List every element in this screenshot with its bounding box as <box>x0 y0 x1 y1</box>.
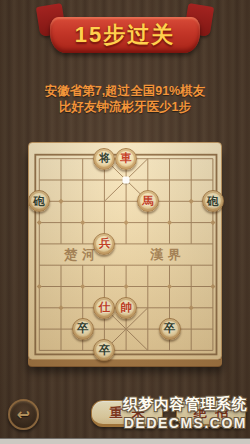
piece-black-0-2[interactable]: 砲 <box>28 190 50 212</box>
xiangqi-board: 楚河 漢界 将車砲馬砲兵仕帥卒卒卒 <box>28 142 222 360</box>
ranking-line-2: 比好友钟流彬牙医少1步 <box>0 100 250 116</box>
piece-black-2-8[interactable]: 卒 <box>72 318 94 340</box>
piece-character: 仕 <box>99 302 111 314</box>
restart-button[interactable]: 重来 <box>91 400 163 427</box>
hint-solution-button[interactable]: 绝招 <box>176 400 246 427</box>
piece-black-8-2[interactable]: 砲 <box>202 190 224 212</box>
piece-character: 将 <box>99 153 111 165</box>
piece-character: 卒 <box>164 323 176 335</box>
ribbon-band: 15步过关 <box>50 17 200 53</box>
hint-solution-button-label: 绝招 <box>185 404 238 422</box>
back-button[interactable] <box>8 399 39 430</box>
piece-red-4-0[interactable]: 車 <box>115 148 137 170</box>
piece-character: 帥 <box>120 302 132 314</box>
piece-black-6-8[interactable]: 卒 <box>159 318 181 340</box>
banner-ribbon: 15步过关 <box>0 0 250 62</box>
puzzle-result-screen: 15步过关 安徽省第7,超过全国91%棋友 比好友钟流彬牙医少1步 <box>0 0 250 444</box>
piece-character: 馬 <box>142 196 154 208</box>
piece-red-5-2[interactable]: 馬 <box>137 190 159 212</box>
ranking-line-1: 安徽省第7,超过全国91%棋友 <box>0 84 250 100</box>
piece-red-4-7[interactable]: 帥 <box>115 297 137 319</box>
piece-character: 兵 <box>99 238 111 250</box>
piece-character: 砲 <box>207 196 219 208</box>
piece-character: 卒 <box>99 345 111 357</box>
river-label-right: 漢界 <box>150 246 186 264</box>
piece-character: 卒 <box>77 323 89 335</box>
piece-character: 車 <box>120 153 132 165</box>
bottom-strip <box>0 438 250 444</box>
piece-character: 砲 <box>34 196 46 208</box>
piece-black-3-9[interactable]: 卒 <box>93 339 115 361</box>
piece-black-3-0[interactable]: 将 <box>93 148 115 170</box>
piece-red-3-7[interactable]: 仕 <box>93 297 115 319</box>
return-arrow-icon <box>17 405 30 424</box>
piece-red-3-4[interactable]: 兵 <box>93 233 115 255</box>
restart-button-label: 重来 <box>101 404 154 422</box>
last-move-marker <box>123 177 130 184</box>
banner-title: 15步过关 <box>75 20 175 50</box>
ranking-text: 安徽省第7,超过全国91%棋友 比好友钟流彬牙医少1步 <box>0 84 250 115</box>
board-grid <box>29 143 221 359</box>
